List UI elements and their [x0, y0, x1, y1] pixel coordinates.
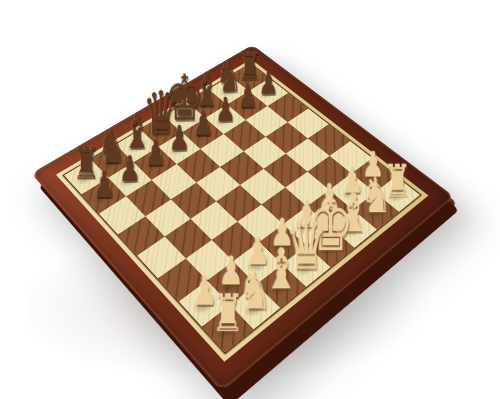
square-h5 [287, 108, 328, 138]
black-pawn-glyph: ♟ [119, 151, 141, 187]
square-e5 [220, 151, 264, 185]
chessboard-scene: ♜♞♝♛♚♝♞♜♟♟♟♟♟♟♟♟♟♟♟♟♟♟♟♟♜♞♝♛♚♝♞♜ [0, 0, 500, 399]
chess-board-frame: ♜♞♝♛♚♝♞♜♟♟♟♟♟♟♟♟♟♟♟♟♟♟♟♟♜♞♝♛♚♝♞♜ [31, 45, 454, 392]
board-grid: ♜♞♝♛♚♝♞♜♟♟♟♟♟♟♟♟♟♟♟♟♟♟♟♟♜♞♝♛♚♝♞♜ [64, 64, 420, 352]
product-photo-stage: ♜♞♝♛♚♝♞♜♟♟♟♟♟♟♟♟♟♟♟♟♟♟♟♟♜♞♝♛♚♝♞♜ [0, 0, 500, 399]
square-a7: ♟ [81, 178, 126, 214]
board-maple-border: ♜♞♝♛♚♝♞♜♟♟♟♟♟♟♟♟♟♟♟♟♟♟♟♟♜♞♝♛♚♝♞♜ [56, 59, 428, 362]
